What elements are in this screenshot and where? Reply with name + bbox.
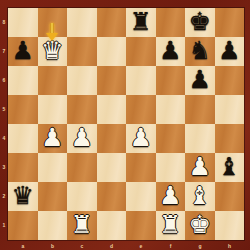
square-h4[interactable]	[215, 124, 245, 153]
square-e8[interactable]: ♜	[126, 8, 156, 37]
square-h8[interactable]	[215, 8, 245, 37]
black-pawn-h7[interactable]: ♟	[218, 38, 240, 63]
white-rook-f1[interactable]: ♜	[159, 212, 181, 237]
black-knight-g7[interactable]: ♞	[189, 38, 211, 63]
square-d5[interactable]	[97, 95, 127, 124]
white-pawn-g3[interactable]: ♟	[189, 154, 211, 179]
square-c4[interactable]: ♟	[67, 124, 97, 153]
square-e1[interactable]	[126, 211, 156, 240]
white-pawn-b4[interactable]: ♟	[41, 125, 63, 150]
square-h5[interactable]	[215, 95, 245, 124]
rank-label-6: 6	[0, 78, 8, 83]
chess-board-frame: ♜♚♟♛♟♞♟♟♟♟♟♟♝♛♟♝♜♜♚ 87654321abcdefgh	[0, 0, 250, 250]
square-a5[interactable]	[8, 95, 38, 124]
square-d6[interactable]	[97, 66, 127, 95]
square-e3[interactable]	[126, 153, 156, 182]
rank-label-1: 1	[0, 223, 8, 228]
black-bishop-h3[interactable]: ♝	[218, 154, 240, 179]
file-label-g: g	[195, 244, 205, 249]
square-e5[interactable]	[126, 95, 156, 124]
black-pawn-g6[interactable]: ♟	[189, 67, 211, 92]
square-b1[interactable]	[38, 211, 68, 240]
black-queen-a2[interactable]: ♛	[12, 183, 34, 208]
square-b3[interactable]	[38, 153, 68, 182]
square-b5[interactable]	[38, 95, 68, 124]
square-g1[interactable]: ♚	[185, 211, 215, 240]
square-a2[interactable]: ♛	[8, 182, 38, 211]
square-g5[interactable]	[185, 95, 215, 124]
white-rook-c1[interactable]: ♜	[71, 212, 93, 237]
square-b6[interactable]	[38, 66, 68, 95]
square-f2[interactable]: ♟	[156, 182, 186, 211]
square-f5[interactable]	[156, 95, 186, 124]
black-rook-e8[interactable]: ♜	[130, 9, 152, 34]
square-g2[interactable]: ♝	[185, 182, 215, 211]
white-king-g1[interactable]: ♚	[189, 212, 211, 237]
white-queen-b7[interactable]: ♛	[41, 38, 63, 63]
rank-label-3: 3	[0, 165, 8, 170]
square-c2[interactable]	[67, 182, 97, 211]
square-g6[interactable]: ♟	[185, 66, 215, 95]
rank-label-4: 4	[0, 136, 8, 141]
square-a7[interactable]: ♟	[8, 37, 38, 66]
white-bishop-g2[interactable]: ♝	[189, 183, 211, 208]
square-e4[interactable]: ♟	[126, 124, 156, 153]
square-a3[interactable]	[8, 153, 38, 182]
square-b7[interactable]: ♛	[38, 37, 68, 66]
square-b2[interactable]	[38, 182, 68, 211]
square-g4[interactable]	[185, 124, 215, 153]
square-h7[interactable]: ♟	[215, 37, 245, 66]
square-c8[interactable]	[67, 8, 97, 37]
white-pawn-c4[interactable]: ♟	[71, 125, 93, 150]
square-d4[interactable]	[97, 124, 127, 153]
rank-label-8: 8	[0, 20, 8, 25]
file-label-f: f	[166, 244, 176, 249]
white-pawn-e4[interactable]: ♟	[130, 125, 152, 150]
black-pawn-a7[interactable]: ♟	[12, 38, 34, 63]
square-c7[interactable]	[67, 37, 97, 66]
rank-label-5: 5	[0, 107, 8, 112]
square-h1[interactable]	[215, 211, 245, 240]
square-d3[interactable]	[97, 153, 127, 182]
square-b8[interactable]	[38, 8, 68, 37]
white-pawn-f2[interactable]: ♟	[159, 183, 181, 208]
chess-board: ♜♚♟♛♟♞♟♟♟♟♟♟♝♛♟♝♜♜♚	[8, 8, 244, 240]
rank-label-2: 2	[0, 194, 8, 199]
square-a6[interactable]	[8, 66, 38, 95]
black-king-g8[interactable]: ♚	[189, 9, 211, 34]
square-h2[interactable]	[215, 182, 245, 211]
square-e7[interactable]	[126, 37, 156, 66]
square-g8[interactable]: ♚	[185, 8, 215, 37]
file-label-h: h	[225, 244, 235, 249]
square-c3[interactable]	[67, 153, 97, 182]
square-a1[interactable]	[8, 211, 38, 240]
square-c6[interactable]	[67, 66, 97, 95]
square-f3[interactable]	[156, 153, 186, 182]
square-h6[interactable]	[215, 66, 245, 95]
square-e2[interactable]	[126, 182, 156, 211]
square-d8[interactable]	[97, 8, 127, 37]
square-f4[interactable]	[156, 124, 186, 153]
square-g3[interactable]: ♟	[185, 153, 215, 182]
square-f8[interactable]	[156, 8, 186, 37]
square-d7[interactable]	[97, 37, 127, 66]
square-f6[interactable]	[156, 66, 186, 95]
square-f1[interactable]: ♜	[156, 211, 186, 240]
square-a4[interactable]	[8, 124, 38, 153]
file-label-e: e	[136, 244, 146, 249]
file-label-b: b	[48, 244, 58, 249]
file-label-c: c	[77, 244, 87, 249]
square-c1[interactable]: ♜	[67, 211, 97, 240]
square-e6[interactable]	[126, 66, 156, 95]
square-g7[interactable]: ♞	[185, 37, 215, 66]
file-label-a: a	[18, 244, 28, 249]
square-a8[interactable]	[8, 8, 38, 37]
square-d1[interactable]	[97, 211, 127, 240]
rank-label-7: 7	[0, 49, 8, 54]
square-c5[interactable]	[67, 95, 97, 124]
black-pawn-f7[interactable]: ♟	[159, 38, 181, 63]
square-d2[interactable]	[97, 182, 127, 211]
file-label-d: d	[107, 244, 117, 249]
square-f7[interactable]: ♟	[156, 37, 186, 66]
square-b4[interactable]: ♟	[38, 124, 68, 153]
square-h3[interactable]: ♝	[215, 153, 245, 182]
